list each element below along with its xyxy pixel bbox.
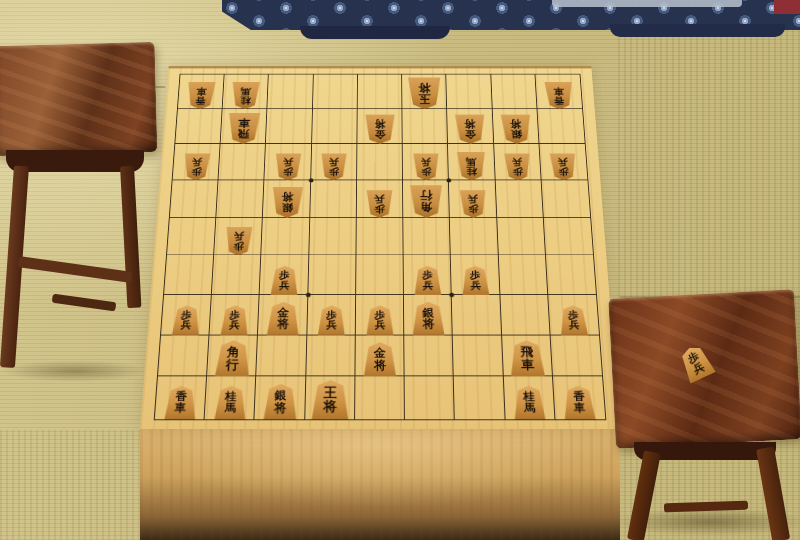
square-piece-3c: 桂馬 (448, 144, 495, 180)
square-piece-3f: 歩兵 (451, 256, 500, 295)
shogi-board-block: 香車桂馬玉将香車飛車金将金将銀将歩兵歩兵歩兵歩兵桂馬歩兵歩兵銀将歩兵角行歩兵歩兵… (140, 66, 620, 429)
piece-pawn-8e[interactable]: 歩兵 (224, 227, 253, 255)
piece-pawn-9g[interactable]: 歩兵 (171, 305, 201, 335)
piece-kanji: 歩兵 (557, 158, 569, 176)
board-front-face (140, 424, 620, 540)
fabric-red-trim (774, 0, 800, 14)
piece-lance-9i[interactable]: 香車 (164, 386, 198, 420)
piece-gold-3b[interactable]: 金将 (455, 115, 487, 144)
gote-piece-stand (0, 42, 157, 156)
piece-silver-4g[interactable]: 銀将 (412, 302, 445, 335)
gote-stand-stretcher (52, 294, 117, 312)
piece-king-4a[interactable]: 玉将 (408, 77, 442, 109)
piece-pawn-7f[interactable]: 歩兵 (270, 266, 299, 295)
piece-kanji: 銀将 (509, 120, 522, 140)
sente-piece-stand: 歩兵 (608, 289, 800, 449)
piece-kanji: 香車 (552, 86, 565, 104)
square-piece-1c: 歩兵 (539, 144, 587, 180)
square-piece-8g: 歩兵 (210, 295, 260, 335)
piece-pawn-1g[interactable]: 歩兵 (559, 305, 589, 335)
hand-pawn-kanji: 歩兵 (686, 350, 707, 376)
piece-silver-2b[interactable]: 銀将 (500, 115, 532, 144)
piece-pawn-8g[interactable]: 歩兵 (220, 305, 249, 335)
piece-lance-1i[interactable]: 香車 (562, 386, 596, 420)
square-piece-7d: 銀将 (263, 180, 311, 217)
square-piece-5h: 金将 (355, 335, 404, 376)
piece-kanji: 歩兵 (374, 310, 386, 331)
square-piece-9g: 歩兵 (161, 295, 212, 335)
piece-gold-7g[interactable]: 金将 (266, 302, 300, 335)
square-piece-4c: 歩兵 (403, 144, 449, 180)
piece-gold-5b[interactable]: 金将 (365, 115, 396, 144)
cushion-fabric-fold (300, 26, 450, 39)
square-piece-3d: 歩兵 (449, 180, 497, 217)
piece-silver-7i[interactable]: 銀将 (263, 384, 298, 419)
piece-kanji: 金将 (374, 120, 386, 140)
gote-stand-shadow (0, 360, 150, 382)
piece-kanji: 銀将 (422, 307, 435, 329)
piece-rook-2h[interactable]: 飛車 (509, 340, 546, 376)
shogi-board: 香車桂馬玉将香車飛車金将金将銀将歩兵歩兵歩兵歩兵桂馬歩兵歩兵銀将歩兵角行歩兵歩兵… (154, 74, 607, 421)
square-piece-9c: 歩兵 (173, 144, 221, 180)
square-piece-4d: 角行 (403, 180, 450, 217)
square-piece-6i: 王将 (305, 377, 355, 420)
piece-lance-1a[interactable]: 香車 (544, 82, 574, 109)
piece-kanji: 桂馬 (224, 391, 238, 414)
piece-rook-8b[interactable]: 飛車 (227, 113, 261, 144)
square-piece-8h: 角行 (207, 335, 258, 376)
square-piece-7g: 金将 (258, 295, 308, 335)
piece-kanji: 金将 (373, 348, 386, 371)
piece-kanji: 歩兵 (512, 158, 524, 176)
piece-kanji: 金将 (276, 307, 290, 329)
square-piece-1i: 香車 (553, 377, 606, 420)
piece-kanji: 桂馬 (522, 391, 536, 414)
piece-kanji: 歩兵 (328, 158, 340, 176)
square-piece-7c: 歩兵 (265, 144, 312, 180)
piece-kanji: 歩兵 (232, 232, 245, 251)
piece-kanji: 香車 (174, 391, 188, 414)
gote-stand-stretcher (18, 256, 132, 283)
piece-pawn-4c[interactable]: 歩兵 (412, 154, 439, 181)
piece-pawn-7c[interactable]: 歩兵 (274, 154, 301, 181)
board-pieces: 香車桂馬玉将香車飛車金将金将銀将歩兵歩兵歩兵歩兵桂馬歩兵歩兵銀将歩兵角行歩兵歩兵… (155, 74, 606, 419)
square-piece-2i: 桂馬 (503, 377, 555, 420)
piece-knight-3c[interactable]: 桂馬 (457, 152, 487, 180)
square-piece-7f: 歩兵 (260, 256, 309, 295)
square-piece-2b: 銀将 (492, 109, 539, 144)
piece-kanji: 歩兵 (228, 310, 241, 331)
square-piece-5g: 歩兵 (356, 295, 405, 335)
piece-kanji: 桂馬 (240, 86, 252, 104)
square-piece-8e: 歩兵 (214, 217, 263, 255)
piece-pawn-9c[interactable]: 歩兵 (182, 154, 210, 181)
gote-stand-leg (120, 166, 141, 309)
piece-pawn-6g[interactable]: 歩兵 (317, 305, 345, 335)
square-piece-7i: 銀将 (255, 377, 306, 420)
tatami-weave-bottom (0, 430, 150, 540)
piece-kanji: 歩兵 (374, 194, 385, 213)
square-piece-6c: 歩兵 (311, 144, 357, 180)
square-piece-5d: 歩兵 (357, 180, 404, 217)
piece-kanji: 桂馬 (466, 156, 478, 175)
square-piece-9i: 香車 (155, 377, 208, 420)
piece-kanji: 角行 (420, 190, 434, 212)
cushion-fabric-fold (610, 24, 785, 37)
piece-king-6i[interactable]: 王将 (311, 380, 349, 419)
square-piece-2h: 飛車 (502, 335, 553, 376)
piece-pawn-1c[interactable]: 歩兵 (549, 154, 577, 181)
square-piece-9a: 香車 (178, 74, 225, 108)
piece-kanji: 飛車 (237, 118, 251, 139)
piece-kanji: 飛車 (519, 346, 534, 371)
piece-silver-7d[interactable]: 銀将 (271, 187, 303, 218)
square-piece-4g: 銀将 (404, 295, 453, 335)
piece-kanji: 歩兵 (420, 158, 432, 176)
piece-kanji: 金将 (464, 120, 477, 140)
square-piece-8b: 飛車 (221, 109, 268, 144)
square-piece-1g: 歩兵 (548, 295, 599, 335)
square-piece-1a: 香車 (535, 74, 582, 108)
fabric-light-stripe (552, 0, 742, 7)
piece-bishop-4d[interactable]: 角行 (410, 185, 444, 218)
piece-kanji: 王将 (323, 386, 338, 413)
piece-pawn-3d[interactable]: 歩兵 (459, 190, 487, 218)
piece-kanji: 歩兵 (422, 270, 434, 290)
piece-kanji: 歩兵 (325, 310, 337, 331)
piece-kanji: 銀将 (273, 390, 287, 414)
piece-gold-5h[interactable]: 金将 (363, 342, 396, 376)
piece-kanji: 歩兵 (278, 270, 290, 290)
piece-knight-8i[interactable]: 桂馬 (214, 386, 247, 420)
piece-kanji: 歩兵 (180, 310, 193, 331)
piece-pawn-4f[interactable]: 歩兵 (414, 266, 442, 295)
piece-kanji: 歩兵 (467, 194, 479, 213)
piece-pawn-5d[interactable]: 歩兵 (366, 190, 393, 218)
square-piece-4f: 歩兵 (404, 256, 452, 295)
piece-kanji: 香車 (195, 86, 208, 104)
square-piece-4a: 玉将 (402, 74, 447, 108)
piece-bishop-8h[interactable]: 角行 (214, 340, 251, 376)
piece-pawn-6c[interactable]: 歩兵 (321, 154, 348, 181)
piece-knight-8a[interactable]: 桂馬 (231, 82, 261, 109)
piece-kanji: 玉将 (418, 82, 432, 103)
piece-kanji: 銀将 (280, 192, 293, 213)
piece-kanji: 歩兵 (469, 270, 481, 290)
piece-kanji: 角行 (225, 346, 240, 371)
square-piece-6g: 歩兵 (307, 295, 356, 335)
piece-lance-9a[interactable]: 香車 (186, 82, 216, 109)
piece-kanji: 歩兵 (567, 310, 580, 331)
piece-knight-2i[interactable]: 桂馬 (513, 386, 546, 420)
piece-pawn-3f[interactable]: 歩兵 (461, 266, 490, 295)
square-piece-2c: 歩兵 (494, 144, 542, 180)
piece-pawn-2c[interactable]: 歩兵 (504, 154, 532, 181)
square-piece-8i: 桂馬 (205, 377, 257, 420)
sente-hand-pawn[interactable]: 歩兵 (676, 342, 716, 384)
piece-kanji: 歩兵 (282, 158, 294, 176)
piece-kanji: 歩兵 (190, 158, 202, 176)
piece-pawn-5g[interactable]: 歩兵 (366, 305, 394, 335)
square-piece-5b: 金将 (357, 109, 403, 144)
scene: { "game": "shogi", "board": { "files": 9… (0, 0, 800, 540)
square-piece-8a: 桂馬 (223, 74, 269, 108)
piece-kanji: 香車 (572, 391, 586, 414)
square-piece-3b: 金将 (447, 109, 493, 144)
